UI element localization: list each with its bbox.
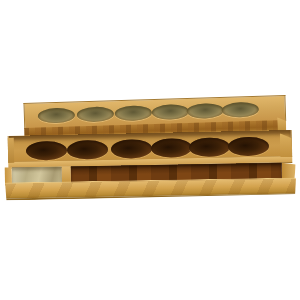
pit-front-2[interactable] [67,140,108,160]
front-row-left-end-grain [8,138,15,163]
pit-front-5[interactable] [189,137,230,157]
pit-back-4[interactable] [152,104,189,120]
pit-front-4[interactable] [151,138,192,158]
pit-front-1[interactable] [26,141,67,161]
pit-front-3[interactable] [111,139,152,159]
mancala-product-photo [0,0,300,300]
pit-back-6[interactable] [222,102,259,118]
pit-back-5[interactable] [187,103,224,119]
pit-back-3[interactable] [115,105,152,121]
pit-back-2[interactable] [77,106,114,122]
pit-back-1[interactable] [38,108,75,124]
seed-tray [5,162,297,200]
board-photo [0,0,300,300]
pit-front-6[interactable] [228,137,269,157]
